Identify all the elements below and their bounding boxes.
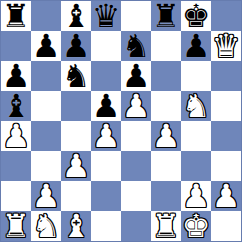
white-pawn: ♟	[2, 121, 31, 151]
square-c1[interactable]: ♝	[61, 211, 91, 241]
black-rook: ♜	[152, 1, 181, 31]
white-rook: ♜	[2, 211, 31, 241]
square-c6[interactable]: ♞	[61, 61, 91, 91]
white-pawn: ♟	[212, 181, 241, 211]
square-f6[interactable]	[151, 61, 181, 91]
square-h4[interactable]	[211, 121, 241, 151]
white-knight: ♞	[182, 91, 211, 121]
square-g1[interactable]: ♚	[181, 211, 211, 241]
square-f3[interactable]	[151, 151, 181, 181]
square-b7[interactable]: ♟	[31, 31, 61, 61]
square-d2[interactable]	[91, 181, 121, 211]
chess-board: ♜♝♛♜♚♟♟♞♟♛♟♞♟♝♟♟♞♟♟♟♟♟♟♟♜♞♝♜♚	[0, 0, 242, 242]
square-g4[interactable]	[181, 121, 211, 151]
white-pawn: ♟	[152, 121, 181, 151]
square-g7[interactable]: ♟	[181, 31, 211, 61]
white-king: ♚	[182, 211, 211, 241]
black-rook: ♜	[2, 1, 31, 31]
square-h5[interactable]	[211, 91, 241, 121]
square-a8[interactable]: ♜	[1, 1, 31, 31]
square-h1[interactable]	[211, 211, 241, 241]
square-f8[interactable]: ♜	[151, 1, 181, 31]
square-a3[interactable]	[1, 151, 31, 181]
square-h2[interactable]: ♟	[211, 181, 241, 211]
white-pawn: ♟	[122, 91, 151, 121]
square-d1[interactable]	[91, 211, 121, 241]
white-bishop: ♝	[62, 211, 91, 241]
black-pawn: ♟	[182, 31, 211, 61]
white-queen: ♛	[212, 31, 241, 61]
square-e5[interactable]: ♟	[121, 91, 151, 121]
square-b1[interactable]: ♞	[31, 211, 61, 241]
square-b5[interactable]	[31, 91, 61, 121]
square-c3[interactable]: ♟	[61, 151, 91, 181]
white-rook: ♜	[152, 211, 181, 241]
square-f4[interactable]: ♟	[151, 121, 181, 151]
black-pawn: ♟	[32, 31, 61, 61]
square-e1[interactable]	[121, 211, 151, 241]
square-h6[interactable]	[211, 61, 241, 91]
square-f1[interactable]: ♜	[151, 211, 181, 241]
square-f7[interactable]	[151, 31, 181, 61]
square-d4[interactable]: ♟	[91, 121, 121, 151]
square-h7[interactable]: ♛	[211, 31, 241, 61]
square-d7[interactable]	[91, 31, 121, 61]
square-e3[interactable]	[121, 151, 151, 181]
square-d3[interactable]	[91, 151, 121, 181]
square-g5[interactable]: ♞	[181, 91, 211, 121]
square-e2[interactable]	[121, 181, 151, 211]
black-queen: ♛	[92, 1, 121, 31]
white-knight: ♞	[32, 211, 61, 241]
white-pawn: ♟	[92, 121, 121, 151]
white-pawn: ♟	[62, 151, 91, 181]
square-d8[interactable]: ♛	[91, 1, 121, 31]
square-a1[interactable]: ♜	[1, 211, 31, 241]
square-a4[interactable]: ♟	[1, 121, 31, 151]
square-e4[interactable]	[121, 121, 151, 151]
black-knight: ♞	[62, 61, 91, 91]
square-b4[interactable]	[31, 121, 61, 151]
square-b6[interactable]	[31, 61, 61, 91]
square-c5[interactable]	[61, 91, 91, 121]
